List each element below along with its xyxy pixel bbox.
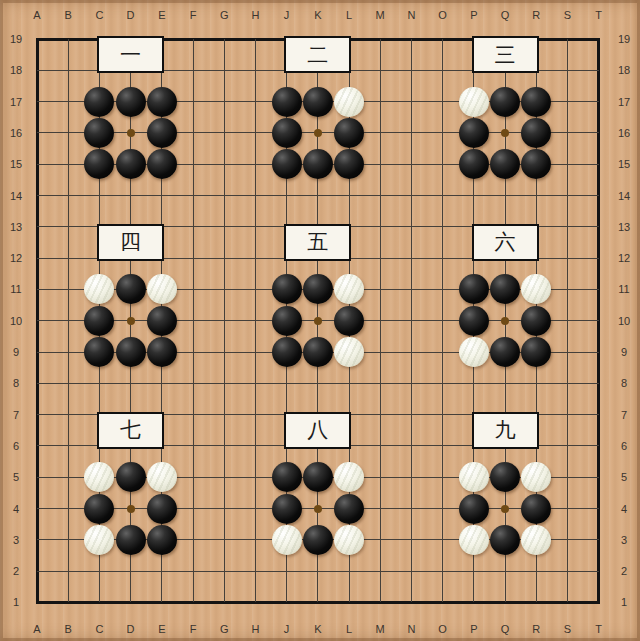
coordinate-label: 16 <box>618 127 630 139</box>
black-stone[interactable] <box>490 525 520 555</box>
black-stone[interactable] <box>521 118 551 148</box>
black-stone[interactable] <box>147 87 177 117</box>
coordinate-label: L <box>346 9 352 21</box>
coordinate-label: N <box>407 9 415 21</box>
black-stone[interactable] <box>272 87 302 117</box>
black-stone[interactable] <box>147 306 177 336</box>
white-stone[interactable] <box>147 462 177 492</box>
coordinate-label: E <box>158 9 165 21</box>
black-stone[interactable] <box>459 118 489 148</box>
coordinate-label: 4 <box>621 503 627 515</box>
coordinate-label: T <box>595 9 602 21</box>
group-label: 三 <box>472 36 539 73</box>
coordinate-label: 10 <box>10 315 22 327</box>
coordinate-label: S <box>564 9 571 21</box>
coordinate-label: 11 <box>10 283 21 295</box>
black-stone[interactable] <box>147 494 177 524</box>
coordinate-label: 14 <box>618 190 630 202</box>
black-stone[interactable] <box>272 337 302 367</box>
coordinate-label: 13 <box>10 221 22 233</box>
black-stone[interactable] <box>303 337 333 367</box>
group-label: 七 <box>97 412 164 449</box>
black-stone[interactable] <box>147 525 177 555</box>
coordinate-label: 8 <box>621 377 627 389</box>
group-label: 五 <box>284 224 351 261</box>
coordinate-label: A <box>33 623 40 635</box>
white-stone[interactable] <box>84 525 114 555</box>
white-stone[interactable] <box>459 462 489 492</box>
coordinate-label: A <box>33 9 40 21</box>
group-label: 六 <box>472 224 539 261</box>
coordinate-label: T <box>595 623 602 635</box>
black-stone[interactable] <box>272 494 302 524</box>
black-stone[interactable] <box>490 462 520 492</box>
black-stone[interactable] <box>303 462 333 492</box>
star-point <box>501 317 509 325</box>
coordinate-label: 17 <box>618 96 630 108</box>
coordinate-label: F <box>190 623 197 635</box>
black-stone[interactable] <box>272 462 302 492</box>
coordinate-label: 7 <box>13 409 19 421</box>
coordinate-label: 13 <box>618 221 630 233</box>
black-stone[interactable] <box>521 87 551 117</box>
white-stone[interactable] <box>272 525 302 555</box>
black-stone[interactable] <box>303 149 333 179</box>
coordinate-label: 19 <box>10 33 22 45</box>
coordinate-label: 18 <box>618 64 630 76</box>
black-stone[interactable] <box>490 87 520 117</box>
coordinate-label: H <box>251 9 259 21</box>
coordinate-label: 2 <box>621 565 627 577</box>
black-stone[interactable] <box>334 118 364 148</box>
black-stone[interactable] <box>147 149 177 179</box>
grid-line-vertical <box>411 39 412 602</box>
black-stone[interactable] <box>459 149 489 179</box>
black-stone[interactable] <box>459 306 489 336</box>
white-stone[interactable] <box>334 462 364 492</box>
star-point <box>501 505 509 513</box>
coordinate-label: 6 <box>13 440 19 452</box>
star-point <box>314 317 322 325</box>
grid-line-horizontal <box>37 383 599 384</box>
group-label: 八 <box>284 412 351 449</box>
coordinate-label: Q <box>501 623 510 635</box>
black-stone[interactable] <box>116 525 146 555</box>
black-stone[interactable] <box>334 494 364 524</box>
black-stone[interactable] <box>490 149 520 179</box>
white-stone[interactable] <box>521 525 551 555</box>
coordinate-label: E <box>158 623 165 635</box>
black-stone[interactable] <box>303 274 333 304</box>
black-stone[interactable] <box>521 306 551 336</box>
coordinate-label: 3 <box>621 534 627 546</box>
coordinate-label: 4 <box>13 503 19 515</box>
group-label: 九 <box>472 412 539 449</box>
coordinate-label: 10 <box>618 315 630 327</box>
coordinate-label: P <box>470 9 477 21</box>
coordinate-label: 5 <box>13 471 19 483</box>
coordinate-label: F <box>190 9 197 21</box>
black-stone[interactable] <box>84 87 114 117</box>
coordinate-label: J <box>284 9 290 21</box>
coordinate-label: Q <box>501 9 510 21</box>
black-stone[interactable] <box>303 525 333 555</box>
black-stone[interactable] <box>272 118 302 148</box>
black-stone[interactable] <box>116 337 146 367</box>
black-stone[interactable] <box>272 274 302 304</box>
coordinate-label: C <box>95 9 103 21</box>
black-stone[interactable] <box>459 494 489 524</box>
coordinate-label: D <box>127 623 135 635</box>
black-stone[interactable] <box>116 274 146 304</box>
coordinate-label: P <box>470 623 477 635</box>
coordinate-label: 11 <box>618 283 629 295</box>
star-point <box>314 505 322 513</box>
group-label: 四 <box>97 224 164 261</box>
black-stone[interactable] <box>116 87 146 117</box>
black-stone[interactable] <box>272 306 302 336</box>
grid-line-vertical <box>442 39 443 602</box>
coordinate-label: 1 <box>621 596 627 608</box>
coordinate-label: D <box>127 9 135 21</box>
group-label: 一 <box>97 36 164 73</box>
grid-line-horizontal <box>37 571 599 572</box>
black-stone[interactable] <box>272 149 302 179</box>
go-board-diagram: ABCDEFGHJKLMNOPQRST ABCDEFGHJKLMNOPQRST … <box>0 0 640 641</box>
star-point <box>314 129 322 137</box>
coordinate-label: K <box>314 623 321 635</box>
white-stone[interactable] <box>334 525 364 555</box>
white-stone[interactable] <box>459 525 489 555</box>
coordinate-label: N <box>407 623 415 635</box>
grid-line-vertical <box>380 39 381 602</box>
coordinate-label: 17 <box>10 96 22 108</box>
coordinate-label: B <box>65 623 72 635</box>
black-stone[interactable] <box>147 337 177 367</box>
coordinate-label: H <box>251 623 259 635</box>
black-stone[interactable] <box>490 337 520 367</box>
coordinate-label: 9 <box>621 346 627 358</box>
black-stone[interactable] <box>334 149 364 179</box>
star-point <box>127 129 135 137</box>
coordinate-label: 15 <box>618 158 630 170</box>
white-stone[interactable] <box>459 87 489 117</box>
coordinate-label: L <box>346 623 352 635</box>
coordinate-label: 19 <box>618 33 630 45</box>
coordinate-label: 15 <box>10 158 22 170</box>
group-label: 二 <box>284 36 351 73</box>
coordinate-label: O <box>438 623 447 635</box>
coordinate-label: R <box>532 623 540 635</box>
coordinate-label: 18 <box>10 64 22 76</box>
black-stone[interactable] <box>116 149 146 179</box>
coordinate-label: M <box>376 9 385 21</box>
white-stone[interactable] <box>334 337 364 367</box>
coordinate-label: 1 <box>13 596 19 608</box>
coordinate-label: 8 <box>13 377 19 389</box>
black-stone[interactable] <box>521 494 551 524</box>
black-stone[interactable] <box>521 337 551 367</box>
coordinate-label: M <box>376 623 385 635</box>
black-stone[interactable] <box>334 306 364 336</box>
coordinate-label: O <box>438 9 447 21</box>
coordinate-label: 9 <box>13 346 19 358</box>
black-stone[interactable] <box>84 494 114 524</box>
coordinate-label: 3 <box>13 534 19 546</box>
coordinate-label: G <box>220 623 229 635</box>
coordinate-label: 12 <box>10 252 22 264</box>
coordinate-label: S <box>564 623 571 635</box>
coordinate-label: J <box>284 623 290 635</box>
grid-line-vertical <box>567 39 568 602</box>
coordinate-label: 16 <box>10 127 22 139</box>
coordinate-label: 6 <box>621 440 627 452</box>
coordinate-label: G <box>220 9 229 21</box>
coordinate-label: R <box>532 9 540 21</box>
white-stone[interactable] <box>147 274 177 304</box>
coordinate-label: 12 <box>618 252 630 264</box>
coordinate-label: 5 <box>621 471 627 483</box>
black-stone[interactable] <box>459 274 489 304</box>
coordinate-label: B <box>65 9 72 21</box>
black-stone[interactable] <box>84 306 114 336</box>
white-stone[interactable] <box>334 87 364 117</box>
star-point <box>127 505 135 513</box>
white-stone[interactable] <box>459 337 489 367</box>
coordinate-label: 2 <box>13 565 19 577</box>
coordinate-label: 7 <box>621 409 627 421</box>
coordinate-label: K <box>314 9 321 21</box>
coordinate-label: C <box>95 623 103 635</box>
star-point <box>127 317 135 325</box>
black-stone[interactable] <box>147 118 177 148</box>
coordinate-label: 14 <box>10 190 22 202</box>
star-point <box>501 129 509 137</box>
black-stone[interactable] <box>303 87 333 117</box>
black-stone[interactable] <box>116 462 146 492</box>
